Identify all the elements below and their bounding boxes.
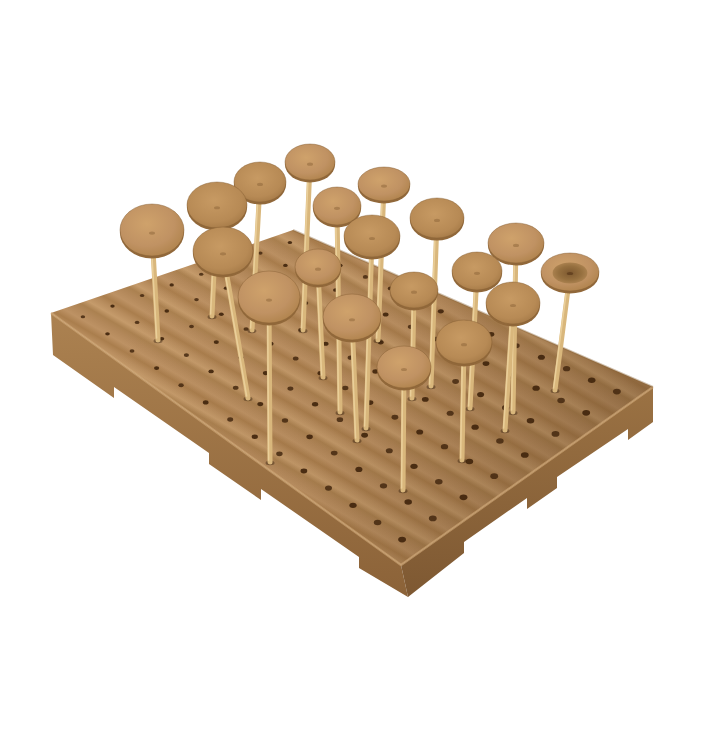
peg-disc-center-mark — [474, 272, 480, 275]
board-hole — [383, 312, 389, 316]
board-hole — [184, 353, 189, 357]
board-hole — [258, 252, 262, 255]
peg-disc — [313, 187, 361, 225]
board-hole — [460, 494, 468, 500]
peg-disc-center-mark — [381, 184, 387, 187]
board-hole — [416, 429, 423, 434]
board-hole — [194, 298, 199, 301]
peg-disc — [486, 282, 540, 324]
peg-disc — [377, 346, 431, 388]
board-hole — [203, 400, 209, 404]
board-hole — [355, 467, 362, 472]
peg-disc — [488, 223, 544, 263]
peg-disc-center-mark — [461, 343, 467, 346]
board-hole — [312, 402, 318, 406]
board-hole — [306, 434, 312, 439]
board-hole — [189, 325, 194, 329]
peg-disc-center-mark — [266, 299, 272, 302]
board-hole — [452, 379, 459, 384]
board-hole — [257, 402, 263, 406]
peg-disc-center-mark — [434, 219, 440, 222]
board-hole — [293, 356, 299, 360]
board-hole — [435, 479, 443, 484]
board-hole — [563, 366, 570, 371]
board-hole — [557, 398, 565, 403]
board-hole — [199, 273, 203, 276]
board-hole — [613, 389, 621, 395]
cake-pop-stand-photo — [0, 0, 710, 756]
board-hole — [154, 366, 159, 370]
peg-disc — [285, 144, 335, 180]
board-hole — [178, 383, 183, 387]
board-hole — [164, 309, 169, 312]
board-hole — [301, 469, 308, 474]
board-hole — [582, 410, 590, 416]
board-hole — [380, 483, 387, 488]
board-hole — [552, 431, 560, 437]
board-hole — [283, 264, 288, 267]
board-hole — [477, 392, 484, 397]
board-hole — [276, 451, 282, 456]
peg-disc-center-mark — [214, 206, 220, 209]
board-hole — [208, 369, 213, 373]
board-hole — [447, 411, 454, 416]
board-hole — [337, 417, 343, 422]
peg-disc — [436, 320, 492, 364]
board-hole — [538, 355, 545, 360]
peg-disc-center-mark — [510, 304, 516, 307]
product-photo-canvas — [0, 0, 710, 756]
board-hole — [374, 520, 382, 525]
board-hole — [287, 386, 293, 390]
board-hole — [105, 332, 110, 335]
peg-disc — [358, 167, 410, 201]
board-hole — [110, 305, 114, 308]
peg-disc-center-mark — [334, 207, 340, 210]
peg-disc-center-mark — [411, 291, 417, 294]
peg-disc-funnel-center — [567, 272, 573, 275]
board-hole — [331, 451, 338, 456]
board-hole — [422, 397, 429, 402]
board-hole — [130, 349, 135, 353]
board-hole — [521, 452, 529, 458]
board-hole — [490, 473, 498, 479]
board-hole — [219, 313, 224, 317]
peg-disc — [187, 182, 247, 228]
peg-disc-center-mark — [220, 252, 226, 255]
board-hole — [227, 417, 233, 421]
board-hole — [140, 294, 144, 297]
board-hole — [527, 418, 535, 423]
board-hole — [438, 309, 444, 313]
board-hole — [441, 444, 448, 449]
peg-disc-center-mark — [257, 183, 263, 186]
peg-disc — [193, 227, 253, 275]
board-hole — [363, 275, 368, 279]
board-hole — [135, 321, 140, 324]
board-hole — [466, 459, 474, 464]
peg-disc — [120, 204, 184, 256]
board-hole — [233, 386, 239, 390]
board-hole — [214, 340, 219, 344]
board-hole — [170, 283, 174, 286]
peg-disc-center-mark — [349, 318, 355, 321]
board-hole — [392, 415, 399, 420]
board-hole — [342, 386, 348, 390]
peg-disc-center-mark — [307, 163, 313, 166]
peg-disc — [410, 198, 464, 238]
board-hole — [588, 377, 596, 382]
board-hole — [410, 464, 417, 469]
board-hole — [288, 241, 292, 244]
peg-disc — [323, 294, 381, 340]
board-hole — [361, 433, 368, 438]
board-hole — [398, 537, 406, 543]
peg-disc-center-mark — [315, 268, 321, 271]
board-hole — [429, 516, 437, 522]
peg-disc-center-mark — [369, 237, 375, 240]
board-hole — [325, 486, 332, 491]
peg-disc — [238, 271, 300, 323]
board-hole — [252, 434, 258, 438]
board-hole — [483, 361, 490, 366]
board-hole — [471, 425, 478, 430]
board-hole — [386, 448, 393, 453]
board-hole — [282, 418, 288, 422]
peg-disc-center-mark — [513, 244, 519, 247]
peg-disc — [452, 252, 502, 290]
board-hole — [349, 503, 356, 508]
board-hole — [404, 499, 412, 504]
board-hole — [81, 315, 85, 318]
peg-disc — [390, 272, 438, 308]
peg-disc-center-mark — [401, 368, 407, 371]
peg-disc — [295, 249, 341, 285]
peg-disc-center-mark — [149, 232, 155, 235]
board-hole — [496, 438, 504, 443]
peg-disc — [344, 215, 400, 257]
board-hole — [532, 386, 539, 391]
